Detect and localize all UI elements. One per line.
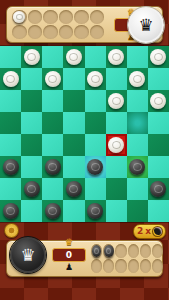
tray-slot: [12, 10, 27, 24]
tray-slot: [59, 25, 74, 39]
board-cell-r1c4[interactable]: [85, 68, 106, 90]
tray-slot: [91, 259, 102, 273]
tray-slot: [103, 244, 114, 258]
white-piece[interactable]: [150, 93, 166, 109]
badge-times: x: [145, 225, 151, 238]
white-piece[interactable]: [24, 49, 40, 65]
top-captured-tray: [12, 10, 104, 39]
tray-slot: [28, 10, 43, 24]
board-cell-r2c1[interactable]: [21, 90, 42, 112]
tray-slot: [152, 259, 163, 273]
tray-slot: [90, 10, 105, 24]
board-cell-r3c0[interactable]: [0, 112, 21, 134]
board-cell-r0c0[interactable]: [0, 46, 21, 68]
bottom-score: 0: [66, 250, 72, 260]
black-piece[interactable]: [129, 159, 145, 175]
white-piece[interactable]: [108, 49, 124, 65]
tray-slot: [115, 244, 126, 258]
tray-slot: [43, 10, 58, 24]
board-cell-r1c5[interactable]: [106, 68, 127, 90]
tray-slot: [128, 244, 139, 258]
board-cell-r3c7[interactable]: [148, 112, 169, 134]
board-cell-r1c7[interactable]: [148, 68, 169, 90]
board-cell-r7c5[interactable]: [106, 200, 127, 222]
board-cell-r2c4[interactable]: [85, 90, 106, 112]
black-piece[interactable]: [3, 203, 19, 219]
board-cell-r6c7[interactable]: [148, 178, 169, 200]
board-cell-r0c1[interactable]: [21, 46, 42, 68]
captured-black-piece: [104, 245, 114, 257]
board-cell-r4c1[interactable]: [21, 134, 42, 156]
board-cell-r4c6[interactable]: [127, 134, 148, 156]
tray-slot: [74, 10, 89, 24]
board-cell-r7c6[interactable]: [127, 200, 148, 222]
tray-slot: [12, 25, 27, 39]
checkers-app: ♛ 0 ♟ ♛ 2 x ♛ ♛ 0 ♟: [0, 0, 169, 300]
board-cell-r1c0[interactable]: [0, 68, 21, 90]
board-cell-r7c1[interactable]: [21, 200, 42, 222]
board-cell-r5c5[interactable]: [106, 156, 127, 178]
board-cell-r5c7[interactable]: [148, 156, 169, 178]
bottom-player-panel: ♛ ♛ 0 ♟: [6, 240, 163, 277]
board-cell-r0c6[interactable]: [127, 46, 148, 68]
board-cell-r1c2[interactable]: [42, 68, 63, 90]
board-cell-r2c7[interactable]: [148, 90, 169, 112]
bottom-player-avatar[interactable]: ♛: [10, 237, 46, 273]
board-cell-r7c7[interactable]: [148, 200, 169, 222]
top-player-avatar[interactable]: ♛: [128, 7, 164, 43]
board-cell-r5c4[interactable]: [85, 156, 106, 178]
board-cell-r3c6[interactable]: [127, 112, 148, 134]
board-cell-r5c1[interactable]: [21, 156, 42, 178]
board-cell-r7c2[interactable]: [42, 200, 63, 222]
captured-black-piece: [92, 245, 102, 257]
tray-slot: [90, 25, 105, 39]
board-cell-r6c2[interactable]: [42, 178, 63, 200]
tray-slot: [103, 259, 114, 273]
board-cell-r3c3[interactable]: [63, 112, 84, 134]
black-piece[interactable]: [87, 159, 103, 175]
white-piece[interactable]: [108, 137, 124, 153]
black-piece[interactable]: [150, 181, 166, 197]
board-cell-r3c1[interactable]: [21, 112, 42, 134]
board-cell-r4c5[interactable]: [106, 134, 127, 156]
board-cell-r3c5[interactable]: [106, 112, 127, 134]
black-piece[interactable]: [66, 181, 82, 197]
board-cell-r3c2[interactable]: [42, 112, 63, 134]
board-cell-r0c3[interactable]: [63, 46, 84, 68]
white-piece[interactable]: [108, 93, 124, 109]
board-cell-r2c0[interactable]: [0, 90, 21, 112]
board-cell-r5c6[interactable]: [127, 156, 148, 178]
tray-slot: [91, 244, 102, 258]
tray-slot: [43, 25, 58, 39]
board-cell-r7c3[interactable]: [63, 200, 84, 222]
board-cell-r4c7[interactable]: [148, 134, 169, 156]
board-cell-r7c0[interactable]: [0, 200, 21, 222]
black-piece[interactable]: [24, 181, 40, 197]
tray-slot: [59, 10, 74, 24]
pawn-icon: ♟: [49, 262, 89, 272]
board-cell-r6c1[interactable]: [21, 178, 42, 200]
crown-icon: ♛: [49, 238, 89, 247]
board-cell-r4c3[interactable]: [63, 134, 84, 156]
badge-count: 2: [137, 225, 143, 238]
board-cell-r6c4[interactable]: [85, 178, 106, 200]
badge-coin-icon: [153, 227, 162, 236]
bottom-score-box: 0: [52, 248, 86, 262]
bottom-captured-tray: [91, 244, 163, 273]
black-piece[interactable]: [87, 203, 103, 219]
black-piece[interactable]: [45, 203, 61, 219]
tray-slot: [28, 25, 43, 39]
tray-slot: [152, 244, 163, 258]
white-piece[interactable]: [87, 71, 103, 87]
board-cell-r4c0[interactable]: [0, 134, 21, 156]
queen-icon: ♛: [138, 17, 153, 34]
board-cell-r4c2[interactable]: [42, 134, 63, 156]
tray-slot: [128, 259, 139, 273]
board-cell-r2c5[interactable]: [106, 90, 127, 112]
top-player-panel: ♛ 0 ♟ ♛: [6, 6, 163, 43]
captured-white-piece: [13, 11, 25, 23]
tray-slot: [74, 25, 89, 39]
board-cell-r0c4[interactable]: [85, 46, 106, 68]
queen-icon: ♛: [20, 247, 35, 264]
board-cell-r1c6[interactable]: [127, 68, 148, 90]
tray-slot: [140, 244, 151, 258]
tray-slot: [115, 259, 126, 273]
board-cell-r5c3[interactable]: [63, 156, 84, 178]
board-cell-r6c6[interactable]: [127, 178, 148, 200]
white-piece[interactable]: [150, 49, 166, 65]
board-cell-r1c3[interactable]: [63, 68, 84, 90]
board-cell-r6c3[interactable]: [63, 178, 84, 200]
board-cell-r5c0[interactable]: [0, 156, 21, 178]
board-cell-r0c2[interactable]: [42, 46, 63, 68]
multiplier-badge[interactable]: 2 x: [133, 224, 166, 239]
black-piece[interactable]: [3, 159, 19, 175]
board-cell-r4c4[interactable]: [85, 134, 106, 156]
board-cell-r2c6[interactable]: [127, 90, 148, 112]
black-piece[interactable]: [45, 159, 61, 175]
board-cell-r6c5[interactable]: [106, 178, 127, 200]
board-cell-r6c0[interactable]: [0, 178, 21, 200]
white-piece[interactable]: [66, 49, 82, 65]
coin-icon[interactable]: [4, 223, 19, 238]
bottom-counter: ♛ 0 ♟: [49, 238, 89, 272]
board-cell-r2c2[interactable]: [42, 90, 63, 112]
board: [0, 46, 169, 222]
white-piece[interactable]: [45, 71, 61, 87]
board-cell-r1c1[interactable]: [21, 68, 42, 90]
board-cell-r5c2[interactable]: [42, 156, 63, 178]
board-cell-r3c4[interactable]: [85, 112, 106, 134]
board-cell-r0c7[interactable]: [148, 46, 169, 68]
board-cell-r2c3[interactable]: [63, 90, 84, 112]
tray-slot: [140, 259, 151, 273]
white-piece[interactable]: [3, 71, 19, 87]
white-piece[interactable]: [129, 71, 145, 87]
board-cell-r0c5[interactable]: [106, 46, 127, 68]
board-cell-r7c4[interactable]: [85, 200, 106, 222]
